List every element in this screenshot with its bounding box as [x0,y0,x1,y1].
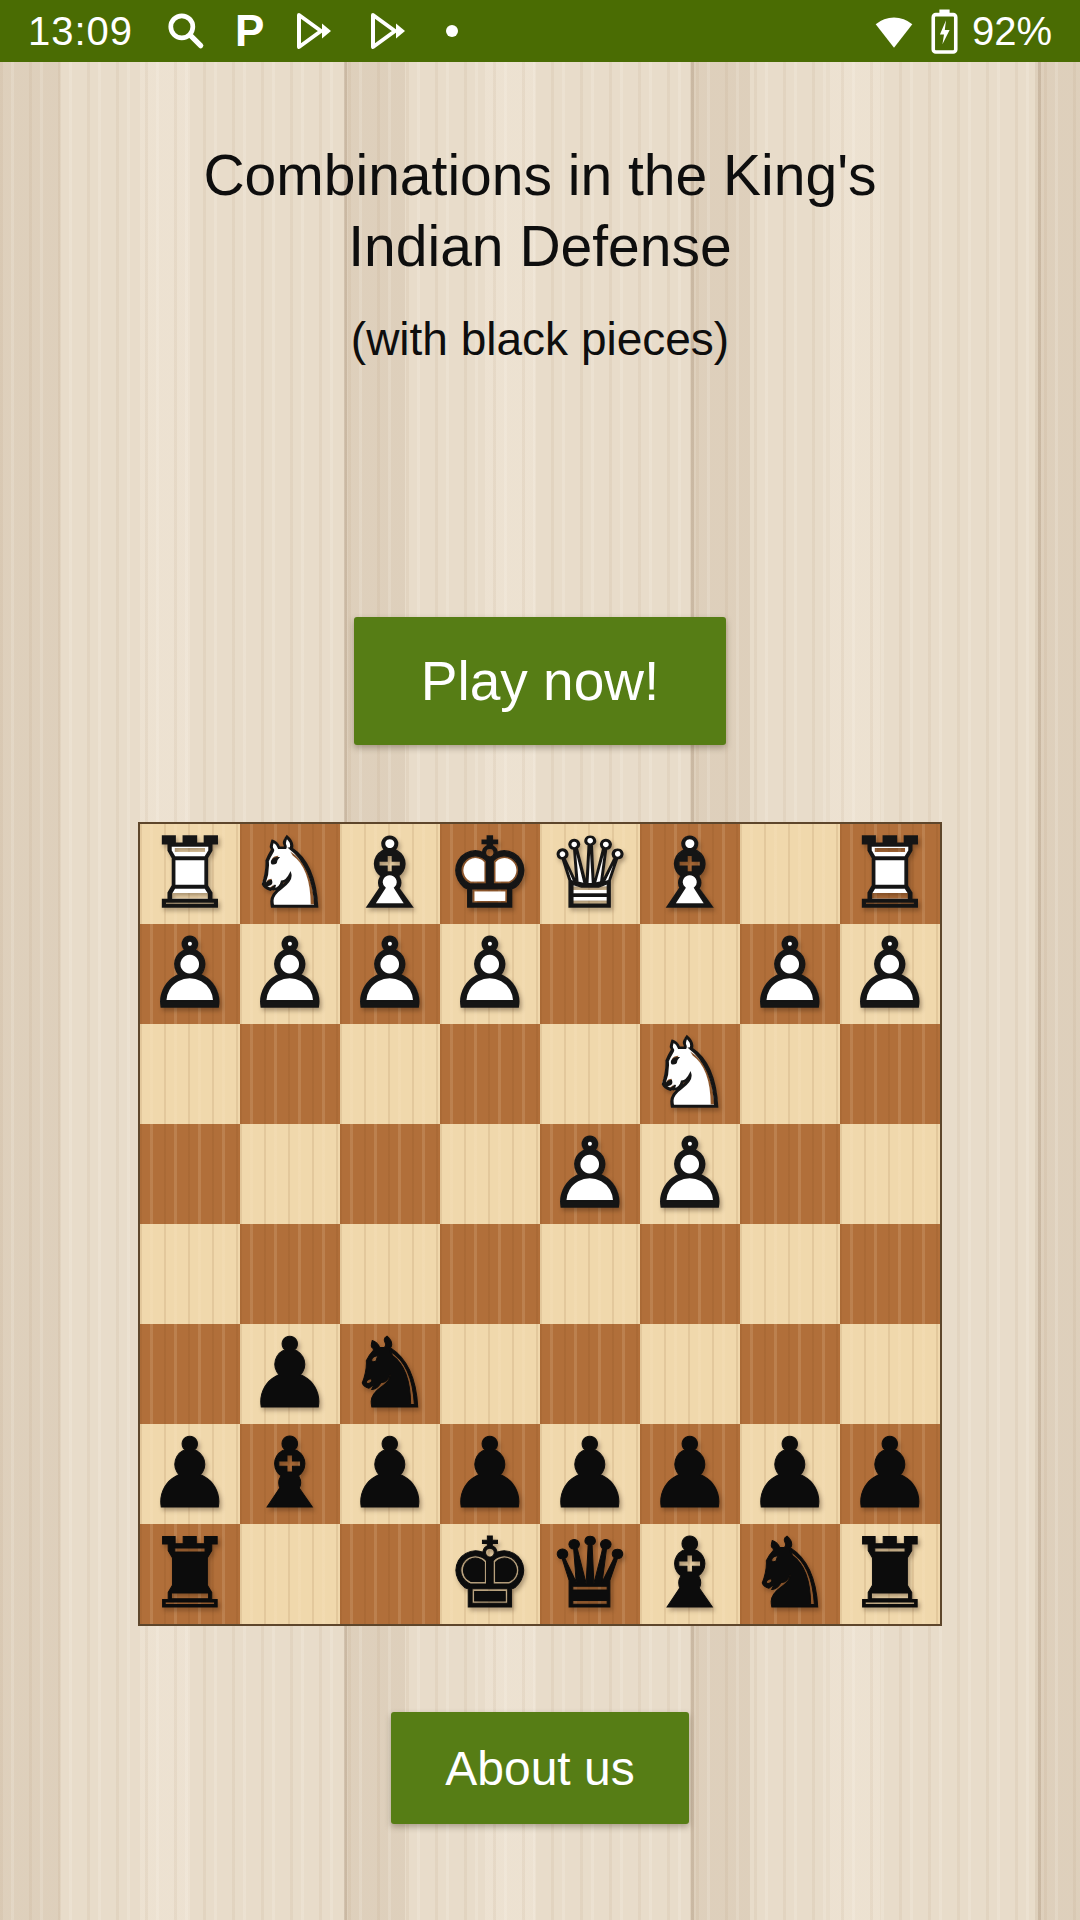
battery-percent: 92% [972,9,1052,54]
piece-black-pawn[interactable]: ♟ [540,1424,640,1524]
square-e2[interactable]: ♟♙ [440,924,540,1024]
square-b8[interactable]: ♞ [740,1524,840,1624]
square-g1[interactable]: ♞♘ [240,824,340,924]
square-a1[interactable]: ♜♖ [840,824,940,924]
piece-outline: ♗ [640,824,740,924]
piece-white-knight[interactable]: ♞♘ [640,1024,740,1124]
square-c7[interactable]: ♟ [640,1424,740,1524]
search-icon [165,10,207,52]
piece-white-queen[interactable]: ♛♕ [540,824,640,924]
square-h3[interactable] [140,1024,240,1124]
square-h8[interactable]: ♜ [140,1524,240,1624]
square-a5[interactable] [840,1224,940,1324]
square-d7[interactable]: ♟ [540,1424,640,1524]
page-subtitle: (with black pieces) [0,312,1080,366]
piece-outline: ♗ [340,824,440,924]
chess-board[interactable]: ♜♖♞♘♝♗♚♔♛♕♝♗♜♖♟♙♟♙♟♙♟♙♟♙♟♙♞♘♟♙♟♙♟♞♟♝♟♟♟♟… [138,822,942,1626]
play-store-icon [366,11,412,51]
square-a2[interactable]: ♟♙ [840,924,940,1024]
about-us-button[interactable]: About us [391,1712,689,1824]
square-f8[interactable] [340,1524,440,1624]
play-store-icon [292,11,338,51]
square-e6[interactable] [440,1324,540,1424]
square-e5[interactable] [440,1224,540,1324]
piece-black-king[interactable]: ♚ [440,1524,540,1624]
square-a4[interactable] [840,1124,940,1224]
square-f1[interactable]: ♝♗ [340,824,440,924]
square-g3[interactable] [240,1024,340,1124]
piece-black-pawn[interactable]: ♟ [440,1424,540,1524]
square-g6[interactable]: ♟ [240,1324,340,1424]
piece-outline: ♕ [540,824,640,924]
square-b5[interactable] [740,1224,840,1324]
piece-black-queen[interactable]: ♛ [540,1524,640,1624]
square-c6[interactable] [640,1324,740,1424]
square-d1[interactable]: ♛♕ [540,824,640,924]
app-screen: 13:09 P [0,0,1080,1920]
square-d2[interactable] [540,924,640,1024]
square-h5[interactable] [140,1224,240,1324]
status-bar-notification-icons: P [165,9,458,53]
piece-black-rook[interactable]: ♜ [840,1524,940,1624]
square-e7[interactable]: ♟ [440,1424,540,1524]
piece-black-rook[interactable]: ♜ [140,1524,240,1624]
square-b7[interactable]: ♟ [740,1424,840,1524]
square-d8[interactable]: ♛ [540,1524,640,1624]
piece-black-pawn[interactable]: ♟ [240,1324,340,1424]
piece-outline: ♘ [240,824,340,924]
square-a7[interactable]: ♟ [840,1424,940,1524]
piece-outline: ♙ [140,924,240,1024]
page-title-line2: Indian Defense [0,211,1080,282]
piece-black-pawn[interactable]: ♟ [740,1424,840,1524]
clock: 13:09 [28,9,133,54]
square-g8[interactable] [240,1524,340,1624]
square-c4[interactable]: ♟♙ [640,1124,740,1224]
square-d6[interactable] [540,1324,640,1424]
piece-white-pawn[interactable]: ♟♙ [340,924,440,1024]
square-b1[interactable] [740,824,840,924]
piece-outline: ♖ [840,824,940,924]
piece-white-king[interactable]: ♚♔ [440,824,540,924]
square-d5[interactable] [540,1224,640,1324]
square-b2[interactable]: ♟♙ [740,924,840,1024]
square-f7[interactable]: ♟ [340,1424,440,1524]
piece-black-knight[interactable]: ♞ [740,1524,840,1624]
piece-white-rook[interactable]: ♜♖ [840,824,940,924]
square-b3[interactable] [740,1024,840,1124]
square-f2[interactable]: ♟♙ [340,924,440,1024]
square-e8[interactable]: ♚ [440,1524,540,1624]
piece-outline: ♙ [740,924,840,1024]
square-h6[interactable] [140,1324,240,1424]
square-f5[interactable] [340,1224,440,1324]
square-f3[interactable] [340,1024,440,1124]
piece-white-rook[interactable]: ♜♖ [140,824,240,924]
square-e4[interactable] [440,1124,540,1224]
square-d3[interactable] [540,1024,640,1124]
piece-white-knight[interactable]: ♞♘ [240,824,340,924]
square-g4[interactable] [240,1124,340,1224]
piece-white-pawn[interactable]: ♟♙ [840,924,940,1024]
p-app-icon: P [235,9,264,53]
piece-outline: ♖ [140,824,240,924]
square-a3[interactable] [840,1024,940,1124]
piece-outline: ♙ [240,924,340,1024]
square-c5[interactable] [640,1224,740,1324]
square-a6[interactable] [840,1324,940,1424]
piece-outline: ♙ [640,1124,740,1224]
piece-white-bishop[interactable]: ♝♗ [340,824,440,924]
piece-white-pawn[interactable]: ♟♙ [240,924,340,1024]
piece-outline: ♙ [340,924,440,1024]
piece-white-pawn[interactable]: ♟♙ [540,1124,640,1224]
wifi-icon [871,12,917,50]
square-c1[interactable]: ♝♗ [640,824,740,924]
square-h1[interactable]: ♜♖ [140,824,240,924]
piece-white-pawn[interactable]: ♟♙ [740,924,840,1024]
square-g2[interactable]: ♟♙ [240,924,340,1024]
piece-black-knight[interactable]: ♞ [340,1324,440,1424]
status-bar: 13:09 P [0,0,1080,62]
piece-white-pawn[interactable]: ♟♙ [640,1124,740,1224]
square-e3[interactable] [440,1024,540,1124]
piece-outline: ♙ [840,924,940,1024]
play-now-button[interactable]: Play now! [354,617,726,745]
piece-black-pawn[interactable]: ♟ [340,1424,440,1524]
battery-charging-icon [931,9,958,54]
square-c8[interactable]: ♝ [640,1524,740,1624]
square-g7[interactable]: ♝ [240,1424,340,1524]
square-c2[interactable] [640,924,740,1024]
square-f4[interactable] [340,1124,440,1224]
square-b4[interactable] [740,1124,840,1224]
piece-black-pawn[interactable]: ♟ [840,1424,940,1524]
square-b6[interactable] [740,1324,840,1424]
square-h7[interactable]: ♟ [140,1424,240,1524]
square-h4[interactable] [140,1124,240,1224]
piece-black-bishop[interactable]: ♝ [640,1524,740,1624]
piece-outline: ♙ [440,924,540,1024]
square-g5[interactable] [240,1224,340,1324]
status-bar-system-icons: 92% [871,9,1052,54]
page-title-line1: Combinations in the King's [0,140,1080,211]
square-a8[interactable]: ♜ [840,1524,940,1624]
square-c3[interactable]: ♞♘ [640,1024,740,1124]
piece-black-pawn[interactable]: ♟ [640,1424,740,1524]
square-f6[interactable]: ♞ [340,1324,440,1424]
piece-white-pawn[interactable]: ♟♙ [440,924,540,1024]
page-title: Combinations in the King's Indian Defens… [0,140,1080,282]
notification-dot [446,25,458,37]
square-e1[interactable]: ♚♔ [440,824,540,924]
piece-outline: ♔ [440,824,540,924]
piece-outline: ♘ [640,1024,740,1124]
piece-outline: ♙ [540,1124,640,1224]
piece-white-pawn[interactable]: ♟♙ [140,924,240,1024]
square-h2[interactable]: ♟♙ [140,924,240,1024]
piece-white-bishop[interactable]: ♝♗ [640,824,740,924]
square-d4[interactable]: ♟♙ [540,1124,640,1224]
piece-black-bishop[interactable]: ♝ [240,1424,340,1524]
piece-black-pawn[interactable]: ♟ [140,1424,240,1524]
